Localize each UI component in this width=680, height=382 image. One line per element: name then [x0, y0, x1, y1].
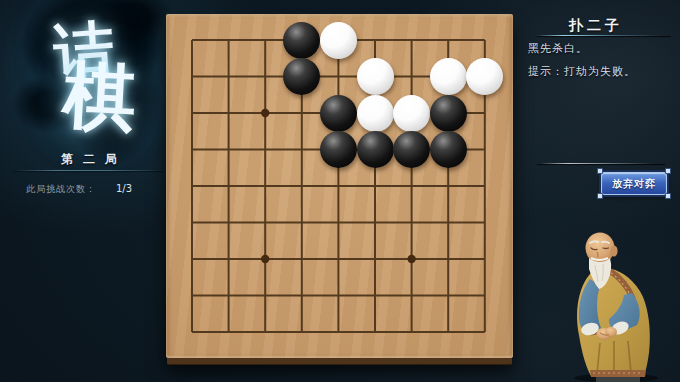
- game-screen: 诘 棋 第二局 此局挑战次数：1/3 扑二子 黑先杀白。 提示：打劫为失败。 放…: [0, 0, 680, 382]
- black-stone: [430, 131, 467, 168]
- objective-text: 黑先杀白。: [528, 41, 588, 56]
- black-stone: [430, 95, 467, 132]
- white-stone: [430, 58, 467, 95]
- white-stone: [320, 22, 357, 59]
- black-stone: [320, 131, 357, 168]
- button-divider: [537, 163, 665, 164]
- white-stone: [393, 95, 430, 132]
- puzzle-title-divider: [537, 35, 671, 36]
- hint-text: 提示：打劫为失败。: [528, 64, 636, 79]
- star-point: [261, 109, 269, 117]
- white-stone: [357, 95, 394, 132]
- white-stone: [357, 58, 394, 95]
- forfeit-button-frame: 放弃对弈: [601, 172, 667, 195]
- old-man-character: [564, 231, 676, 382]
- star-point: [261, 255, 269, 263]
- forfeit-button[interactable]: 放弃对弈: [601, 172, 667, 195]
- go-board[interactable]: [166, 14, 513, 358]
- attempts-label: 此局挑战次数：: [26, 184, 96, 194]
- mode-title-char-2: 棋: [61, 58, 138, 135]
- round-label: 第二局: [0, 151, 178, 168]
- left-panel-divider: [14, 170, 164, 171]
- button-corner-ornament: [597, 168, 603, 174]
- black-stone: [320, 95, 357, 132]
- button-corner-ornament: [665, 168, 671, 174]
- puzzle-title: 扑二子: [520, 17, 672, 35]
- attempts-value: 1/3: [116, 183, 132, 194]
- attempts-row: 此局挑战次数：1/3: [26, 177, 176, 196]
- button-corner-ornament: [597, 193, 603, 199]
- button-corner-ornament: [665, 193, 671, 199]
- black-stone: [283, 22, 320, 59]
- star-point: [407, 255, 415, 263]
- black-stone: [357, 131, 394, 168]
- black-stone: [393, 131, 430, 168]
